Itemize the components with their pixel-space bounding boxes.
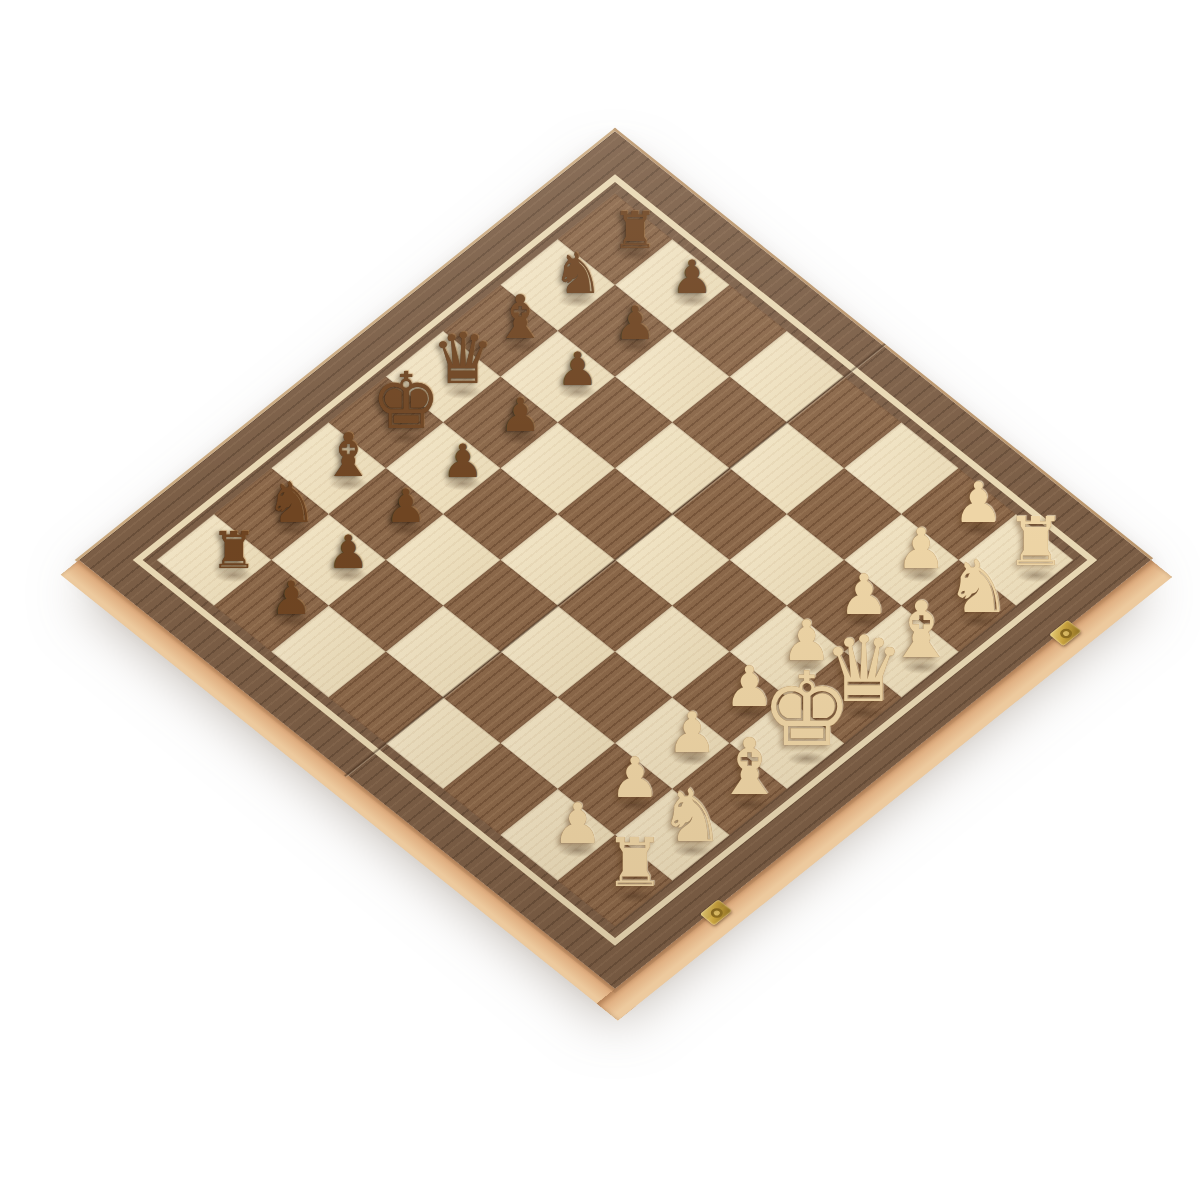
chess-board: ♜♞♝♚♛♝♞♜♟♟♟♟♟♟♟♟♟♟♟♟♟♟♟♟♜♞♝♚♛♝♞♜	[79, 131, 1151, 989]
brass-clasp-1	[700, 900, 733, 926]
black-pawn-glyph: ♟	[270, 578, 311, 622]
black-pawn-glyph: ♟	[327, 532, 368, 576]
white-pawn-glyph: ♟	[838, 568, 888, 621]
white-pawn-glyph: ♟	[552, 797, 602, 850]
black-pawn-glyph: ♟	[385, 486, 426, 530]
black-pawn-glyph: ♟	[671, 257, 712, 301]
black-knight-glyph: ♞	[552, 247, 602, 300]
white-pawn-glyph: ♟	[953, 477, 1003, 530]
white-rook-glyph: ♜	[1005, 512, 1065, 576]
black-pawn-glyph: ♟	[557, 349, 598, 393]
white-pawn-glyph: ♟	[896, 522, 946, 575]
black-pawn-glyph: ♟	[499, 394, 540, 438]
white-rook-glyph: ♜	[604, 833, 664, 897]
black-rook-glyph: ♜	[612, 206, 658, 254]
white-pawn-glyph: ♟	[667, 706, 717, 759]
black-bishop-glyph: ♝	[493, 289, 547, 346]
black-pawn-glyph: ♟	[614, 303, 655, 347]
black-pawn-glyph: ♟	[442, 440, 483, 484]
black-bishop-glyph: ♝	[321, 427, 375, 484]
black-knight-glyph: ♞	[266, 477, 316, 530]
brass-clasp-2	[1049, 620, 1082, 646]
black-rook-glyph: ♜	[211, 527, 257, 575]
product-photo-stage: ♜♞♝♚♛♝♞♜♟♟♟♟♟♟♟♟♟♟♟♟♟♟♟♟♜♞♝♚♛♝♞♜	[0, 0, 1200, 1200]
white-knight-glyph: ♞	[659, 781, 724, 850]
black-king-glyph: ♚	[370, 364, 440, 438]
white-pawn-glyph: ♟	[609, 751, 659, 804]
